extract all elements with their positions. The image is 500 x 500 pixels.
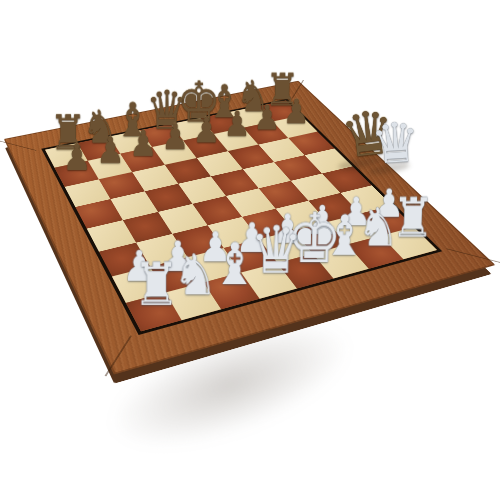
square-h6[interactable] <box>288 132 334 156</box>
square-h7[interactable]: ♟ <box>273 116 318 138</box>
square-c6[interactable] <box>132 165 178 191</box>
square-e7[interactable]: ♟ <box>183 134 228 158</box>
piece-black-pawn-e7[interactable]: ♟ <box>189 114 223 147</box>
board-perspective-wrapper: ♜♞♝♛♚♝♞♜♟♟♟♟♟♟♟♟♟♟♟♟♟♟♟♟♜♞♝♛♚♝♞♜ <box>6 0 446 416</box>
square-d8[interactable]: ♛ <box>140 124 183 147</box>
square-d7[interactable]: ♟ <box>152 140 197 164</box>
piece-black-pawn-g7[interactable]: ♟ <box>250 101 284 133</box>
piece-black-pawn-f7[interactable]: ♟ <box>220 107 254 140</box>
frame-mitre-joint <box>0 140 37 151</box>
frame-mitre-joint <box>105 335 133 376</box>
square-f6[interactable] <box>228 144 274 169</box>
square-g7[interactable]: ♟ <box>244 122 289 145</box>
square-a8[interactable]: ♜ <box>45 143 88 168</box>
square-d6[interactable] <box>165 158 211 184</box>
square-f7[interactable]: ♟ <box>214 128 259 151</box>
piece-black-pawn-a7[interactable]: ♟ <box>59 140 95 174</box>
piece-black-pawn-b7[interactable]: ♟ <box>93 133 128 167</box>
square-b6[interactable] <box>99 172 145 199</box>
piece-black-king-e8[interactable]: ♚ <box>176 77 209 130</box>
piece-black-pawn-c7[interactable]: ♟ <box>126 126 161 160</box>
square-e5[interactable] <box>211 169 259 196</box>
frame-mitre-joint <box>446 248 500 263</box>
piece-black-rook-h8[interactable]: ♜ <box>265 69 298 111</box>
square-a1[interactable]: ♜ <box>126 292 182 331</box>
chess-board: ♜♞♝♛♚♝♞♜♟♟♟♟♟♟♟♟♟♟♟♟♟♟♟♟♜♞♝♛♚♝♞♜ <box>4 81 496 375</box>
extra-silver-queen[interactable]: ♛ <box>369 114 422 172</box>
square-c8[interactable]: ♝ <box>109 130 152 154</box>
square-f5[interactable] <box>243 162 291 188</box>
piece-white-rook-a1[interactable]: ♜ <box>133 257 176 313</box>
square-g5[interactable] <box>274 155 322 181</box>
piece-black-bishop-f8[interactable]: ♝ <box>206 80 239 123</box>
square-g6[interactable] <box>258 138 304 162</box>
piece-black-queen-d8[interactable]: ♛ <box>146 86 179 136</box>
board-frame: ♜♞♝♛♚♝♞♜♟♟♟♟♟♟♟♟♟♟♟♟♟♟♟♟♜♞♝♛♚♝♞♜ <box>4 81 496 375</box>
piece-black-pawn-d7[interactable]: ♟ <box>158 120 192 153</box>
square-e6[interactable] <box>197 151 243 176</box>
piece-black-knight-g8[interactable]: ♞ <box>236 76 269 117</box>
square-g8[interactable]: ♞ <box>230 106 273 128</box>
square-b8[interactable]: ♞ <box>78 137 121 161</box>
piece-black-rook-a8[interactable]: ♜ <box>49 111 84 156</box>
piece-black-knight-b8[interactable]: ♞ <box>82 106 116 149</box>
square-h8[interactable]: ♜ <box>258 100 301 121</box>
square-b7[interactable]: ♟ <box>88 154 132 180</box>
square-a7[interactable]: ♟ <box>55 161 99 187</box>
chess-set-product-photo: ♜♞♝♛♚♝♞♜♟♟♟♟♟♟♟♟♟♟♟♟♟♟♟♟♜♞♝♛♚♝♞♜ ♛♛ <box>0 0 500 500</box>
square-f8[interactable]: ♝ <box>200 112 243 134</box>
piece-black-bishop-c8[interactable]: ♝ <box>114 98 148 142</box>
piece-black-pawn-h7[interactable]: ♟ <box>280 95 313 127</box>
frame-mitre-joint <box>292 80 305 99</box>
square-c7[interactable]: ♟ <box>120 147 164 172</box>
square-e8[interactable]: ♚ <box>171 118 214 141</box>
